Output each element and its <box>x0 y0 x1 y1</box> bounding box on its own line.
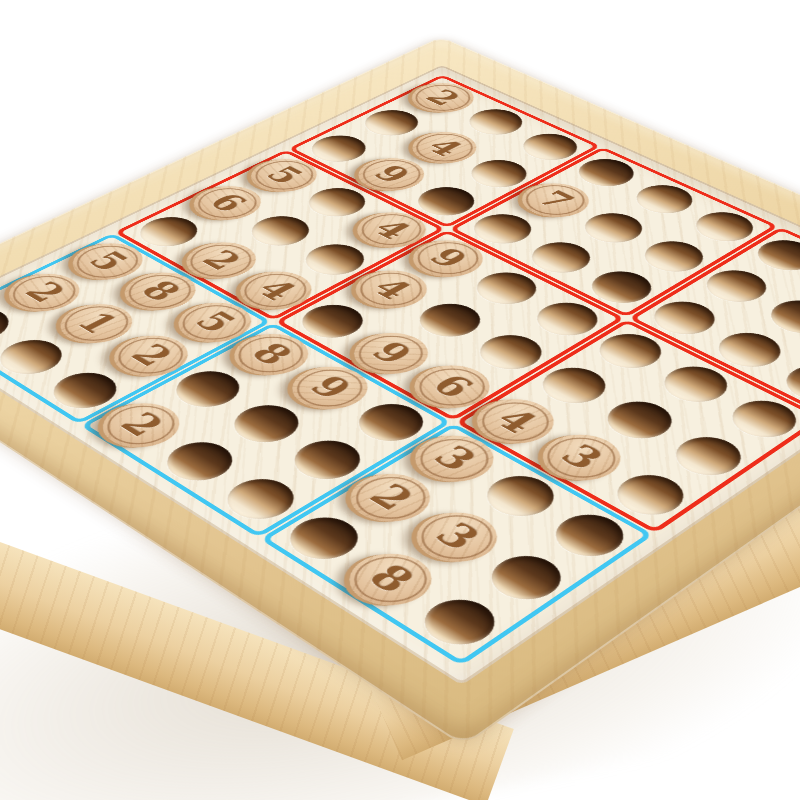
disc-number-label: 7 <box>531 188 580 213</box>
disc-number-label: 3 <box>426 442 483 476</box>
disc-number-label: 1 <box>70 309 124 338</box>
disc-number-label: 9 <box>423 245 474 272</box>
disc-number-label: 9 <box>367 162 415 186</box>
disc-number-label: 5 <box>260 163 309 187</box>
disc-number-label: 4 <box>365 275 417 303</box>
disc-number-label: 4 <box>250 276 302 304</box>
disc-number-label: 2 <box>18 279 71 307</box>
disc-number-label: 2 <box>113 409 170 442</box>
disc-number-label: 9 <box>364 338 418 368</box>
disc-number-label: 5 <box>188 308 241 337</box>
disc-number-label: 2 <box>196 247 247 274</box>
product-photo-stage: 2479549642496435858932122328 <box>0 0 800 800</box>
disc-number-label: 5 <box>82 248 134 275</box>
disc-number-label: 2 <box>362 480 420 515</box>
disc-number-label: 8 <box>360 560 421 598</box>
disc-number-label: 8 <box>244 339 298 369</box>
disc-number-label: 8 <box>134 277 187 305</box>
disc-number-label: 2 <box>420 87 466 109</box>
disc-number-label: 2 <box>124 341 179 371</box>
disc-number-label: 6 <box>425 371 480 402</box>
hole[interactable] <box>410 590 510 654</box>
disc-number-label: 3 <box>427 518 486 555</box>
disc-number-label: 9 <box>302 372 357 403</box>
disc-number-label: 4 <box>366 217 416 243</box>
disc-number-label: 3 <box>553 440 609 474</box>
disc-number-label: 4 <box>488 405 544 437</box>
disc-number-label: 6 <box>203 191 253 216</box>
disc-number-label: 4 <box>421 136 468 159</box>
